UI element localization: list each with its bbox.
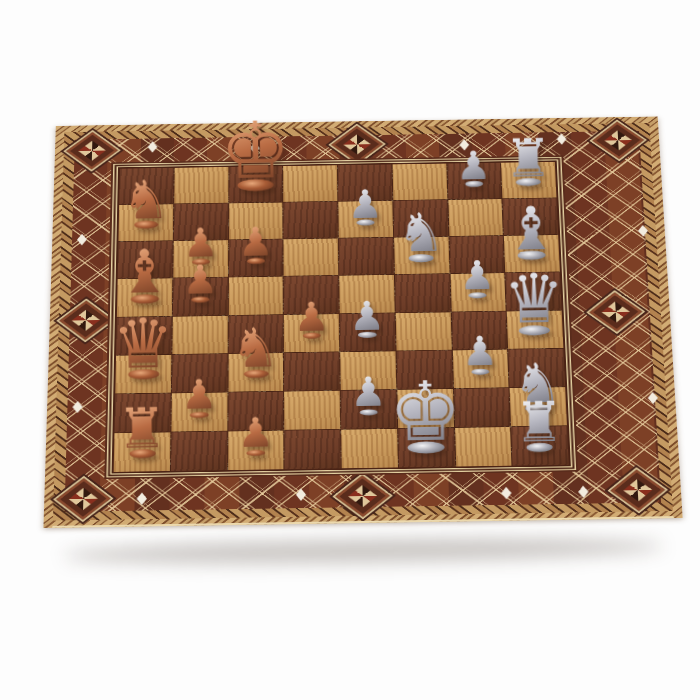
square-a1	[119, 168, 173, 205]
square-h5	[341, 429, 397, 469]
square-e5	[340, 313, 396, 351]
square-a5	[338, 164, 392, 201]
square-h6	[398, 428, 455, 468]
star-medallion-core	[69, 488, 98, 510]
square-e7	[451, 311, 507, 349]
square-b6	[393, 200, 448, 237]
square-g7	[453, 388, 510, 427]
square-d2	[173, 278, 228, 316]
square-a3	[229, 166, 283, 203]
square-d8	[505, 273, 561, 311]
square-f2	[172, 354, 228, 393]
star-medallion-core	[602, 301, 630, 322]
square-f8	[508, 348, 565, 387]
square-d3	[228, 277, 283, 315]
star-medallion-core	[78, 141, 106, 161]
square-b1	[118, 204, 173, 241]
square-e4	[284, 314, 339, 352]
square-b5	[338, 201, 393, 238]
square-e3	[228, 315, 283, 353]
star-medallion-core	[72, 310, 100, 331]
square-c4	[284, 239, 339, 276]
square-f5	[340, 351, 396, 390]
square-g1	[114, 393, 170, 432]
square-f4	[284, 352, 340, 391]
square-c2	[173, 240, 228, 277]
square-a6	[392, 164, 447, 201]
square-f7	[452, 349, 508, 388]
product-photo: ♚♞♟♟♝♟♟♛♞♟♜♟♟♜♟♞♝♟♟♛♟♟♞♚♜	[0, 0, 700, 700]
square-c8	[504, 235, 560, 272]
square-a2	[174, 167, 228, 204]
chess-board	[43, 117, 682, 528]
square-g4	[284, 391, 340, 430]
square-a8	[501, 162, 556, 199]
square-e1	[116, 316, 171, 354]
star-medallion-core	[348, 485, 377, 507]
square-e2	[172, 315, 227, 353]
square-e6	[395, 312, 451, 350]
square-b7	[448, 199, 503, 236]
square-h1	[114, 432, 170, 472]
star-medallion-core	[604, 130, 632, 150]
square-g8	[510, 387, 567, 426]
square-g5	[341, 390, 397, 429]
board-grid	[114, 162, 569, 472]
square-b8	[503, 198, 558, 235]
square-g2	[171, 392, 227, 431]
square-f6	[396, 350, 452, 389]
square-c1	[118, 241, 173, 278]
square-h7	[455, 427, 512, 467]
square-h8	[511, 426, 568, 466]
square-h4	[285, 430, 341, 470]
square-c6	[394, 237, 449, 274]
square-h2	[171, 431, 227, 471]
star-medallion-core	[343, 134, 371, 154]
square-h3	[228, 430, 284, 470]
square-a4	[283, 165, 337, 202]
square-b2	[174, 203, 228, 240]
square-b3	[229, 203, 283, 240]
square-a7	[447, 163, 502, 200]
scene-wrapper: ♚♞♟♟♝♟♟♛♞♟♜♟♟♜♟♞♝♟♟♛♟♟♞♚♜	[0, 0, 700, 700]
square-g6	[397, 389, 453, 428]
square-d7	[450, 273, 506, 311]
square-d4	[284, 276, 339, 314]
square-e8	[507, 310, 563, 348]
star-medallion-core	[623, 479, 652, 501]
square-d1	[117, 279, 172, 317]
square-d6	[395, 274, 450, 312]
square-d5	[339, 275, 394, 313]
square-c3	[228, 240, 282, 277]
square-b4	[284, 202, 338, 239]
square-f1	[115, 355, 171, 394]
square-c7	[449, 236, 504, 273]
square-c5	[339, 238, 394, 275]
square-f3	[228, 353, 283, 392]
square-g3	[228, 391, 284, 430]
